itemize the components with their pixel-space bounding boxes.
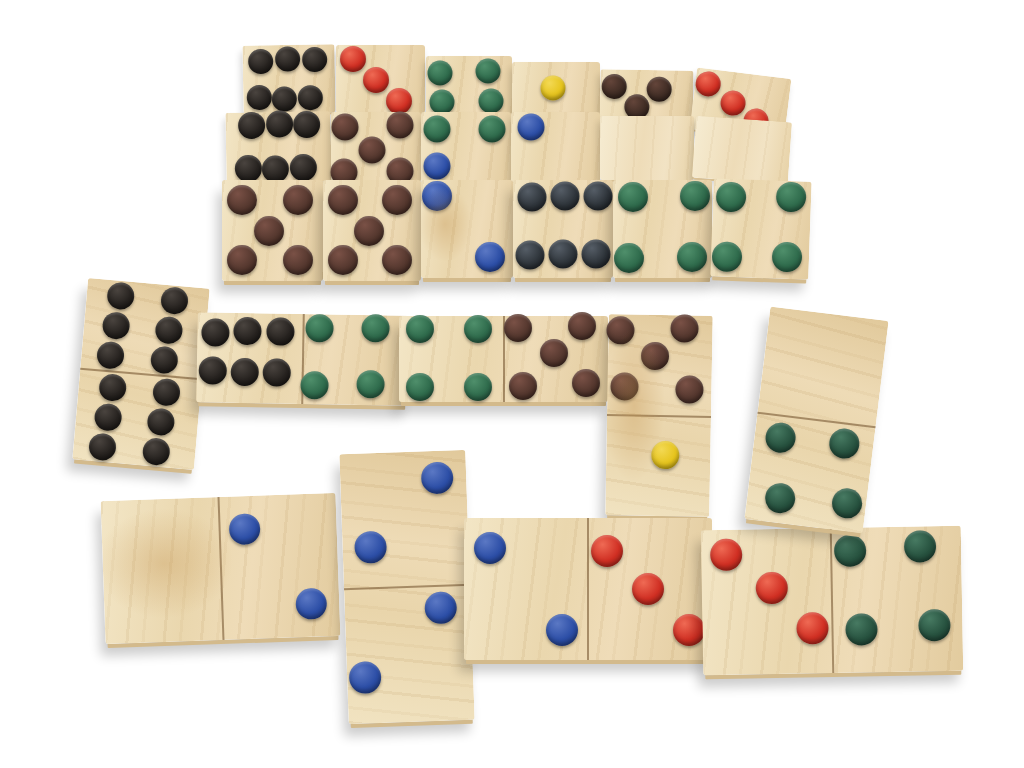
brown-pip [540,339,568,367]
domino-chain1-5-1[interactable] [605,314,712,517]
slate-pip [549,239,578,268]
domino-half [589,518,712,660]
domino-half [219,493,340,640]
black-pip [98,373,127,402]
brown-pip [675,375,703,403]
green-pip [776,181,807,212]
domino-chain1-6-4[interactable] [196,312,409,406]
green-pip [680,181,710,211]
black-pip [101,311,130,340]
domino-half [692,116,792,185]
black-pip [265,110,292,137]
red-pip [632,573,664,605]
blue-pip [475,242,505,272]
darkgreen-pip [830,487,863,520]
darkgreen-pip [846,613,879,646]
domino-half [744,414,875,534]
domino-chain2-22-blue[interactable] [339,450,474,724]
green-pip [406,373,434,401]
domino-half [80,278,210,380]
green-pip [772,242,803,273]
green-pip [711,242,742,273]
domino-half [511,112,600,182]
domino-chain2-0-2[interactable] [101,493,341,644]
brown-pip [354,216,384,246]
domino-half [710,178,811,279]
blue-pip [546,614,578,646]
blue-pip [517,113,544,140]
green-pip [614,243,644,273]
black-pip [142,437,171,466]
brown-pip [254,216,284,246]
darkgreen-pip [828,427,861,460]
red-pip [591,535,623,567]
domino-half [421,180,513,278]
red-pip [709,538,742,571]
green-pip [478,89,503,114]
brown-pip [641,341,669,369]
domino-back-3-red[interactable] [336,45,425,113]
darkgreen-pip [764,481,797,514]
black-pip [289,154,316,181]
domino-half [505,316,609,402]
domino-front-4-green-2[interactable] [710,178,811,279]
black-pip [155,316,184,345]
black-pip [147,407,176,436]
red-pip [340,46,366,72]
blue-pip [424,152,451,179]
brown-pip [283,185,313,215]
black-pip [93,403,122,432]
black-pip [235,155,262,182]
green-pip [300,371,328,399]
green-pip [475,59,500,84]
black-pip [198,356,226,384]
domino-half [323,180,421,281]
brown-pip [568,312,596,340]
domino-half [303,314,409,406]
black-pip [293,111,320,138]
brown-pip [227,245,257,275]
green-pip [715,181,746,212]
darkgreen-pip [904,530,937,563]
black-pip [160,286,189,315]
slate-pip [551,181,580,210]
slate-pip [518,182,547,211]
brown-pip [504,314,532,342]
domino-half [242,44,335,114]
domino-front-2-blue[interactable] [421,180,513,278]
brown-pip [382,245,412,275]
domino-half [513,180,613,278]
green-pip [479,115,506,142]
slate-pip [582,239,611,268]
domino-chain2-3-4[interactable] [701,526,963,676]
darkbrown-pip [646,76,671,101]
black-pip [233,317,261,345]
black-pip [266,317,294,345]
green-pip [427,61,452,86]
domino-chain1-4-5[interactable] [399,316,608,402]
brown-pip [359,136,386,163]
domino-half [331,112,421,182]
black-pip [150,345,179,374]
brown-pip [382,185,412,215]
yellow-pip [541,76,566,101]
green-pip [464,373,492,401]
domino-mid-blank-2[interactable] [692,116,792,185]
brown-pip [332,113,359,140]
domino-chain1-66-black[interactable] [72,278,209,470]
domino-front-5-brown-2[interactable] [323,180,421,281]
darkgreen-pip [764,421,797,454]
green-pip [677,242,707,272]
red-pip [363,67,389,93]
brown-pip [509,372,537,400]
domino-half [339,450,470,590]
domino-mid-5-brown[interactable] [331,112,421,182]
black-pip [248,49,273,74]
black-pip [275,46,300,71]
green-pip [464,315,492,343]
domino-half [344,586,475,724]
brown-pip [607,316,635,344]
black-pip [152,378,181,407]
dominoes-table [0,0,1024,768]
domino-half [196,312,304,404]
black-pip [272,87,297,112]
blue-pip [348,661,381,694]
black-pip [88,432,117,461]
domino-half [222,180,323,281]
brown-pip [670,314,698,342]
darkgreen-pip [834,535,867,568]
blue-pip [421,461,454,494]
domino-half [757,307,888,429]
brown-pip [610,372,638,400]
domino-mid-6-black[interactable] [225,111,331,183]
domino-back-4-green[interactable] [426,56,512,117]
black-pip [231,358,259,386]
slate-pip [516,241,545,270]
yellow-pip [651,441,679,469]
red-pip [673,614,705,646]
darkgreen-pip [918,609,951,642]
black-pip [201,318,229,346]
domino-half [421,112,511,182]
red-pip [695,70,723,98]
slate-pip [584,181,613,210]
black-pip [246,84,271,109]
blue-pip [295,588,327,620]
domino-half [225,111,331,183]
domino-mid-2-green-1-blue[interactable] [421,112,511,182]
green-pip [618,182,648,212]
black-pip [302,47,327,72]
brown-pip [283,245,313,275]
brown-pip [572,369,600,397]
blue-pip [424,592,457,625]
domino-chain1-0-4[interactable] [744,307,888,534]
brown-pip [387,111,414,138]
domino-half [613,180,712,278]
red-pip [755,572,788,605]
domino-half [336,45,425,113]
domino-half [426,56,512,117]
domino-half [701,528,835,675]
domino-back-6-black[interactable] [242,44,335,114]
blue-pip [354,531,387,564]
brown-pip [328,185,358,215]
domino-half [607,314,713,417]
black-pip [106,282,135,311]
domino-half [101,497,224,644]
darkbrown-pip [601,74,626,99]
domino-half [600,116,694,180]
red-pip [719,89,747,117]
domino-half [72,370,201,470]
black-pip [263,359,291,387]
domino-mid-blank-1[interactable] [600,116,694,180]
green-pip [357,370,385,398]
domino-half [399,316,505,402]
black-pip [238,112,265,139]
blue-pip [422,181,452,211]
blue-pip [229,513,261,545]
domino-front-6-black[interactable] [513,180,613,278]
brown-pip [328,245,358,275]
black-pip [298,85,323,110]
blue-pip [474,532,506,564]
domino-half [832,526,964,673]
domino-chain2-2-3[interactable] [464,518,712,660]
domino-half [464,518,589,660]
black-pip [96,340,125,369]
domino-front-5-brown-1[interactable] [222,180,323,281]
domino-mid-1-blue[interactable] [511,112,600,182]
brown-pip [227,185,257,215]
red-pip [796,612,829,645]
green-pip [406,315,434,343]
domino-front-4-green-1[interactable] [613,180,712,278]
green-pip [424,115,451,142]
green-pip [361,314,389,342]
domino-half [605,416,711,517]
green-pip [305,314,333,342]
